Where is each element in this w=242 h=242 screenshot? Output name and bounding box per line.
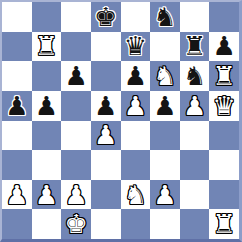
piece-white-knight[interactable]: ♞ — [153, 63, 176, 89]
piece-black-pawn[interactable]: ♟ — [213, 33, 236, 59]
square-f4[interactable] — [150, 121, 180, 151]
square-e1[interactable] — [121, 209, 151, 239]
square-c4[interactable] — [61, 121, 91, 151]
piece-white-rook[interactable]: ♜ — [213, 211, 236, 237]
piece-white-rook[interactable]: ♜ — [35, 33, 58, 59]
square-b6[interactable] — [32, 61, 62, 91]
square-a5[interactable]: ♟ — [2, 91, 32, 121]
piece-white-king[interactable]: ♚ — [64, 211, 87, 237]
square-c3[interactable] — [61, 150, 91, 180]
square-a3[interactable] — [2, 150, 32, 180]
piece-white-rook[interactable]: ♜ — [213, 63, 236, 89]
square-c1[interactable]: ♚ — [61, 209, 91, 239]
square-b2[interactable]: ♟ — [32, 180, 62, 210]
piece-black-pawn[interactable]: ♟ — [5, 93, 28, 119]
square-e4[interactable] — [121, 121, 151, 151]
square-f8[interactable]: ♞ — [150, 2, 180, 32]
square-a2[interactable]: ♟ — [2, 180, 32, 210]
square-c7[interactable] — [61, 32, 91, 62]
square-b5[interactable]: ♟ — [32, 91, 62, 121]
chess-board: ♚♞♜♛♜♟♟♟♞♞♜♟♟♟♟♟♟♛♟♟♟♟♞♟♚♜ — [0, 0, 242, 242]
board-grid: ♚♞♜♛♜♟♟♟♞♞♜♟♟♟♟♟♟♛♟♟♟♟♞♟♚♜ — [2, 2, 239, 239]
square-e6[interactable]: ♟ — [121, 61, 151, 91]
square-a4[interactable] — [2, 121, 32, 151]
square-d5[interactable]: ♟ — [91, 91, 121, 121]
square-f1[interactable] — [150, 209, 180, 239]
square-c6[interactable]: ♟ — [61, 61, 91, 91]
square-f7[interactable] — [150, 32, 180, 62]
piece-black-knight[interactable]: ♞ — [183, 63, 206, 89]
square-f2[interactable]: ♟ — [150, 180, 180, 210]
square-b4[interactable] — [32, 121, 62, 151]
square-d4[interactable]: ♟ — [91, 121, 121, 151]
piece-white-pawn[interactable]: ♟ — [64, 182, 87, 208]
piece-white-pawn[interactable]: ♟ — [5, 182, 28, 208]
square-c5[interactable] — [61, 91, 91, 121]
square-h8[interactable] — [209, 2, 239, 32]
piece-white-queen[interactable]: ♛ — [213, 93, 236, 119]
square-g6[interactable]: ♞ — [180, 61, 210, 91]
square-b8[interactable] — [32, 2, 62, 32]
square-h6[interactable]: ♜ — [209, 61, 239, 91]
square-f6[interactable]: ♞ — [150, 61, 180, 91]
square-e5[interactable]: ♟ — [121, 91, 151, 121]
square-d1[interactable] — [91, 209, 121, 239]
piece-black-queen[interactable]: ♛ — [124, 33, 147, 59]
square-h4[interactable] — [209, 121, 239, 151]
square-f3[interactable] — [150, 150, 180, 180]
piece-black-pawn[interactable]: ♟ — [35, 93, 58, 119]
piece-white-pawn[interactable]: ♟ — [35, 182, 58, 208]
square-e3[interactable] — [121, 150, 151, 180]
square-b1[interactable] — [32, 209, 62, 239]
square-b3[interactable] — [32, 150, 62, 180]
square-d7[interactable] — [91, 32, 121, 62]
square-d6[interactable] — [91, 61, 121, 91]
square-g1[interactable] — [180, 209, 210, 239]
square-g7[interactable]: ♜ — [180, 32, 210, 62]
square-d3[interactable] — [91, 150, 121, 180]
square-d2[interactable] — [91, 180, 121, 210]
square-h3[interactable] — [209, 150, 239, 180]
square-e7[interactable]: ♛ — [121, 32, 151, 62]
square-h5[interactable]: ♛ — [209, 91, 239, 121]
square-e2[interactable]: ♞ — [121, 180, 151, 210]
square-g4[interactable] — [180, 121, 210, 151]
piece-white-pawn[interactable]: ♟ — [183, 93, 206, 119]
square-g3[interactable] — [180, 150, 210, 180]
square-a1[interactable] — [2, 209, 32, 239]
square-a7[interactable] — [2, 32, 32, 62]
square-a6[interactable] — [2, 61, 32, 91]
square-g8[interactable] — [180, 2, 210, 32]
square-g2[interactable] — [180, 180, 210, 210]
square-e8[interactable] — [121, 2, 151, 32]
square-a8[interactable] — [2, 2, 32, 32]
piece-white-pawn[interactable]: ♟ — [124, 93, 147, 119]
square-h2[interactable] — [209, 180, 239, 210]
piece-black-pawn[interactable]: ♟ — [64, 63, 87, 89]
piece-black-knight[interactable]: ♞ — [153, 4, 176, 30]
piece-black-king[interactable]: ♚ — [94, 4, 117, 30]
piece-black-pawn[interactable]: ♟ — [153, 93, 176, 119]
piece-white-pawn[interactable]: ♟ — [94, 122, 117, 148]
square-g5[interactable]: ♟ — [180, 91, 210, 121]
square-h1[interactable]: ♜ — [209, 209, 239, 239]
square-c8[interactable] — [61, 2, 91, 32]
piece-black-pawn[interactable]: ♟ — [94, 93, 117, 119]
square-b7[interactable]: ♜ — [32, 32, 62, 62]
piece-white-knight[interactable]: ♞ — [124, 182, 147, 208]
square-h7[interactable]: ♟ — [209, 32, 239, 62]
square-f5[interactable]: ♟ — [150, 91, 180, 121]
piece-black-pawn[interactable]: ♟ — [124, 63, 147, 89]
piece-black-rook[interactable]: ♜ — [183, 33, 206, 59]
piece-white-pawn[interactable]: ♟ — [153, 182, 176, 208]
square-d8[interactable]: ♚ — [91, 2, 121, 32]
square-c2[interactable]: ♟ — [61, 180, 91, 210]
